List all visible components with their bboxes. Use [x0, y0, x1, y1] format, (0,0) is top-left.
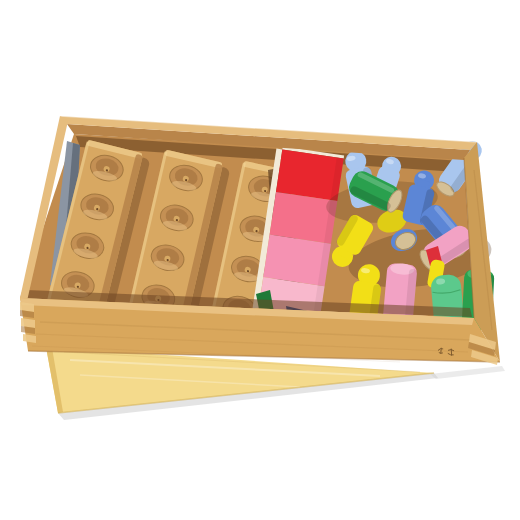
product-photo [0, 0, 520, 520]
